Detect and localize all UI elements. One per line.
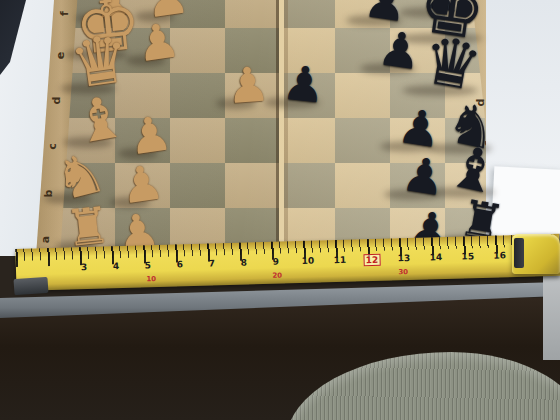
file-label-left-f: f (59, 11, 70, 16)
board-square-c6 (335, 118, 390, 163)
board-square-b3 (170, 163, 225, 208)
photo-root: { "game": "chess", "scene": "Overhead-an… (0, 0, 560, 420)
tape-cm-number: 10 (146, 275, 156, 283)
board-square-d6 (335, 73, 390, 118)
tape-inch-number: 4 (113, 261, 120, 271)
tape-inch-number: 14 (429, 252, 442, 262)
board-square-b4 (225, 163, 280, 208)
board-square-f4 (225, 0, 280, 28)
tape-inch-number: 9 (273, 257, 280, 267)
tape-inch-number: 15 (461, 251, 474, 261)
board-square-c4 (225, 118, 280, 163)
board-square-c5 (280, 118, 335, 163)
board-square-b6 (335, 163, 390, 208)
board-fold-seam (276, 0, 288, 253)
black-pawn-e7: ♟ (375, 23, 424, 77)
tape-cm-number: 30 (398, 268, 408, 276)
tape-inch-number: 13 (397, 253, 410, 263)
tape-inch-number: 7 (209, 258, 216, 268)
tape-inch-number: 3 (81, 262, 88, 272)
black-pawn-b7: ♟ (399, 149, 449, 203)
tape-inch-number: 16 (493, 250, 506, 260)
tape-inch-number: 11 (333, 255, 346, 265)
tape-inch-number: 8 (241, 258, 248, 268)
tape-inch-number: 6 (177, 259, 184, 269)
board-square-f5 (280, 0, 335, 28)
tape-case-clip (514, 238, 524, 268)
board-square-c3 (170, 118, 225, 163)
black-queen-d8: ♛ (417, 27, 487, 102)
tape-inch-number: 10 (301, 256, 314, 266)
tape-inch-number: 5 (145, 260, 152, 270)
tape-cm-number: 20 (272, 272, 282, 280)
file-label-left-a: a (40, 236, 51, 243)
tape-end-hook (13, 277, 48, 295)
black-pawn-d5: ♟ (280, 58, 328, 110)
tape-foot-mark: 12 (363, 254, 380, 266)
white-pawn-d4: ♟ (225, 59, 271, 110)
board-square-b5 (280, 163, 335, 208)
white-pawn-e2: ♟ (133, 15, 182, 69)
tape-measure-case (512, 234, 560, 274)
file-label-left-d: d (51, 97, 62, 105)
board-square-d3 (170, 73, 225, 118)
